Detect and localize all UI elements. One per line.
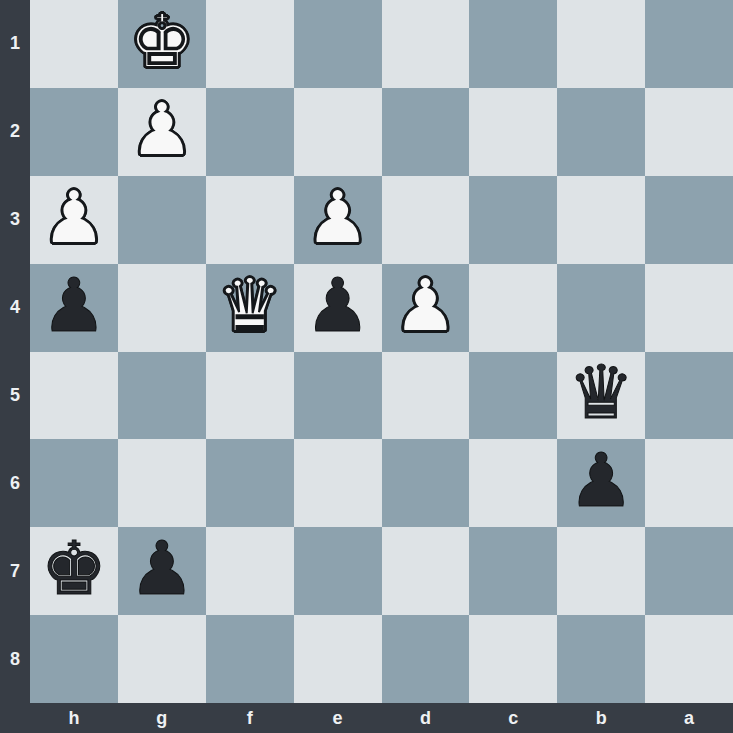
- black-pawn-e4[interactable]: ♟: [304, 268, 370, 342]
- file-label-a: a: [645, 703, 733, 733]
- rank-label-4: 4: [0, 264, 30, 352]
- square-g4[interactable]: [118, 264, 206, 352]
- square-f8[interactable]: [206, 615, 294, 703]
- rank-label-8: 8: [0, 615, 30, 703]
- square-a8[interactable]: [645, 615, 733, 703]
- square-d2[interactable]: [382, 88, 470, 176]
- white-pawn-g2[interactable]: ♟: [129, 92, 195, 166]
- square-e2[interactable]: [294, 88, 382, 176]
- square-g2[interactable]: ♟: [118, 88, 206, 176]
- square-b7[interactable]: [557, 527, 645, 615]
- square-h7[interactable]: ♚: [30, 527, 118, 615]
- square-f7[interactable]: [206, 527, 294, 615]
- square-g6[interactable]: [118, 439, 206, 527]
- black-pawn-g7[interactable]: ♟: [129, 531, 195, 605]
- square-a1[interactable]: [645, 0, 733, 88]
- chess-board-frame: 1♚2♟3♟♟4♟♛♟♟5♛6♟7♚♟8hgfedcba: [0, 0, 733, 733]
- square-e8[interactable]: [294, 615, 382, 703]
- file-label-c: c: [469, 703, 557, 733]
- rank-label-3: 3: [0, 176, 30, 264]
- square-e1[interactable]: [294, 0, 382, 88]
- square-a4[interactable]: [645, 264, 733, 352]
- white-queen-f4[interactable]: ♛: [217, 268, 283, 342]
- black-pawn-h4[interactable]: ♟: [41, 268, 107, 342]
- square-f5[interactable]: [206, 352, 294, 440]
- white-pawn-d4[interactable]: ♟: [392, 268, 458, 342]
- square-g3[interactable]: [118, 176, 206, 264]
- square-h2[interactable]: [30, 88, 118, 176]
- black-king-h7[interactable]: ♚: [41, 531, 107, 605]
- square-a5[interactable]: [645, 352, 733, 440]
- square-b1[interactable]: [557, 0, 645, 88]
- square-d3[interactable]: [382, 176, 470, 264]
- square-e6[interactable]: [294, 439, 382, 527]
- rank-label-2: 2: [0, 88, 30, 176]
- rank-label-6: 6: [0, 439, 30, 527]
- square-c2[interactable]: [469, 88, 557, 176]
- square-h6[interactable]: [30, 439, 118, 527]
- square-g5[interactable]: [118, 352, 206, 440]
- square-a6[interactable]: [645, 439, 733, 527]
- square-f2[interactable]: [206, 88, 294, 176]
- file-label-e: e: [294, 703, 382, 733]
- square-a2[interactable]: [645, 88, 733, 176]
- square-h8[interactable]: [30, 615, 118, 703]
- square-e5[interactable]: [294, 352, 382, 440]
- board-corner: [0, 703, 30, 733]
- square-c7[interactable]: [469, 527, 557, 615]
- white-king-g1[interactable]: ♚: [129, 4, 195, 78]
- square-e3[interactable]: ♟: [294, 176, 382, 264]
- rank-label-5: 5: [0, 352, 30, 440]
- chess-board: 1♚2♟3♟♟4♟♛♟♟5♛6♟7♚♟8hgfedcba: [0, 0, 733, 733]
- square-f4[interactable]: ♛: [206, 264, 294, 352]
- square-g7[interactable]: ♟: [118, 527, 206, 615]
- square-d8[interactable]: [382, 615, 470, 703]
- square-f6[interactable]: [206, 439, 294, 527]
- square-g1[interactable]: ♚: [118, 0, 206, 88]
- square-h5[interactable]: [30, 352, 118, 440]
- square-c3[interactable]: [469, 176, 557, 264]
- white-pawn-h3[interactable]: ♟: [41, 180, 107, 254]
- rank-label-1: 1: [0, 0, 30, 88]
- square-c6[interactable]: [469, 439, 557, 527]
- square-h3[interactable]: ♟: [30, 176, 118, 264]
- file-label-b: b: [557, 703, 645, 733]
- square-d5[interactable]: [382, 352, 470, 440]
- file-label-g: g: [118, 703, 206, 733]
- square-d4[interactable]: ♟: [382, 264, 470, 352]
- rank-label-7: 7: [0, 527, 30, 615]
- square-c4[interactable]: [469, 264, 557, 352]
- file-label-h: h: [30, 703, 118, 733]
- square-f3[interactable]: [206, 176, 294, 264]
- black-queen-b5[interactable]: ♛: [568, 355, 634, 429]
- file-label-f: f: [206, 703, 294, 733]
- square-d1[interactable]: [382, 0, 470, 88]
- square-b5[interactable]: ♛: [557, 352, 645, 440]
- file-label-d: d: [382, 703, 470, 733]
- square-e7[interactable]: [294, 527, 382, 615]
- square-b6[interactable]: ♟: [557, 439, 645, 527]
- square-g8[interactable]: [118, 615, 206, 703]
- square-b4[interactable]: [557, 264, 645, 352]
- square-e4[interactable]: ♟: [294, 264, 382, 352]
- square-c5[interactable]: [469, 352, 557, 440]
- square-c8[interactable]: [469, 615, 557, 703]
- square-d7[interactable]: [382, 527, 470, 615]
- square-d6[interactable]: [382, 439, 470, 527]
- square-b3[interactable]: [557, 176, 645, 264]
- square-f1[interactable]: [206, 0, 294, 88]
- square-h4[interactable]: ♟: [30, 264, 118, 352]
- square-a7[interactable]: [645, 527, 733, 615]
- square-a3[interactable]: [645, 176, 733, 264]
- square-c1[interactable]: [469, 0, 557, 88]
- square-h1[interactable]: [30, 0, 118, 88]
- square-b8[interactable]: [557, 615, 645, 703]
- black-pawn-b6[interactable]: ♟: [568, 443, 634, 517]
- white-pawn-e3[interactable]: ♟: [304, 180, 370, 254]
- square-b2[interactable]: [557, 88, 645, 176]
